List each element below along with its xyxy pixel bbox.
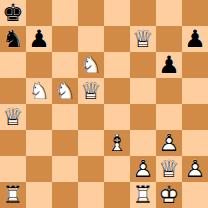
piece-white-knight[interactable]: ♞♘ [26,78,52,104]
piece-black-knight[interactable]: ♞ [0,26,26,52]
square-e8[interactable] [104,0,130,26]
square-f5[interactable] [130,78,156,104]
square-e7[interactable] [104,26,130,52]
piece-white-rook[interactable]: ♜♖ [130,182,156,208]
piece-glyph-outline: ♙ [182,156,208,182]
piece-white-queen[interactable]: ♛♕ [0,104,26,130]
square-b4[interactable] [26,104,52,130]
square-c4[interactable] [52,104,78,130]
square-c6[interactable] [52,52,78,78]
square-h1[interactable] [182,182,208,208]
square-e2[interactable] [104,156,130,182]
square-h8[interactable] [182,0,208,26]
piece-glyph-outline: ♕ [0,104,26,130]
square-h3[interactable] [182,130,208,156]
square-d5[interactable]: ♛♕ [78,78,104,104]
square-f1[interactable]: ♜♖ [130,182,156,208]
piece-white-knight[interactable]: ♞♘ [52,78,78,104]
square-g2[interactable]: ♛♕ [156,156,182,182]
piece-glyph-fill: ♟ [156,52,182,78]
square-h2[interactable]: ♟♙ [182,156,208,182]
piece-black-pawn[interactable]: ♟ [26,26,52,52]
piece-glyph-outline: ♖ [0,182,26,208]
square-d8[interactable] [78,0,104,26]
square-a5[interactable] [0,78,26,104]
square-b8[interactable] [26,0,52,26]
square-a3[interactable] [0,130,26,156]
square-g4[interactable] [156,104,182,130]
square-a6[interactable] [0,52,26,78]
square-f6[interactable] [130,52,156,78]
square-f3[interactable] [130,130,156,156]
square-d1[interactable] [78,182,104,208]
piece-glyph-outline: ♖ [130,182,156,208]
square-h5[interactable] [182,78,208,104]
piece-glyph-fill: ♟ [182,26,208,52]
piece-white-pawn[interactable]: ♟♙ [130,156,156,182]
piece-black-pawn[interactable]: ♟ [182,26,208,52]
square-g1[interactable]: ♚♔ [156,182,182,208]
square-b2[interactable] [26,156,52,182]
piece-white-knight[interactable]: ♞♘ [78,52,104,78]
piece-glyph-outline: ♕ [130,26,156,52]
square-d4[interactable] [78,104,104,130]
piece-white-rook[interactable]: ♜♖ [0,182,26,208]
square-f7[interactable]: ♛♕ [130,26,156,52]
square-e4[interactable] [104,104,130,130]
square-h4[interactable] [182,104,208,130]
square-d7[interactable] [78,26,104,52]
square-c7[interactable] [52,26,78,52]
square-b1[interactable] [26,182,52,208]
piece-white-queen[interactable]: ♛♕ [78,78,104,104]
square-f4[interactable] [130,104,156,130]
square-e6[interactable] [104,52,130,78]
square-b6[interactable] [26,52,52,78]
piece-white-queen[interactable]: ♛♕ [130,26,156,52]
square-a4[interactable]: ♛♕ [0,104,26,130]
square-c1[interactable] [52,182,78,208]
piece-glyph-outline: ♗ [104,130,130,156]
piece-glyph-fill: ♞ [0,26,26,52]
piece-white-queen[interactable]: ♛♕ [156,156,182,182]
square-e5[interactable] [104,78,130,104]
square-b7[interactable]: ♟ [26,26,52,52]
piece-glyph-outline: ♕ [78,78,104,104]
piece-white-pawn[interactable]: ♟♙ [182,156,208,182]
piece-glyph-outline: ♕ [156,156,182,182]
piece-glyph-fill: ♟ [26,26,52,52]
square-c5[interactable]: ♞♘ [52,78,78,104]
piece-white-bishop[interactable]: ♝♗ [104,130,130,156]
piece-white-king[interactable]: ♚♔ [156,182,182,208]
square-b3[interactable] [26,130,52,156]
piece-glyph-fill: ♚ [0,0,26,26]
square-e1[interactable] [104,182,130,208]
square-d6[interactable]: ♞♘ [78,52,104,78]
piece-glyph-outline: ♘ [26,78,52,104]
square-a1[interactable]: ♜♖ [0,182,26,208]
square-d3[interactable] [78,130,104,156]
piece-glyph-outline: ♔ [156,182,182,208]
piece-black-king[interactable]: ♚ [0,0,26,26]
square-e3[interactable]: ♝♗ [104,130,130,156]
square-h6[interactable] [182,52,208,78]
piece-glyph-outline: ♘ [78,52,104,78]
piece-black-pawn[interactable]: ♟ [156,52,182,78]
piece-glyph-outline: ♘ [52,78,78,104]
square-g7[interactable] [156,26,182,52]
square-c8[interactable] [52,0,78,26]
chess-board: ♚♞♟♛♕♟♞♘♟♞♘♞♘♛♕♛♕♝♗♟♙♟♙♛♕♟♙♜♖♜♖♚♔ [0,0,208,208]
piece-glyph-outline: ♙ [156,130,182,156]
square-c2[interactable] [52,156,78,182]
square-f8[interactable] [130,0,156,26]
piece-white-pawn[interactable]: ♟♙ [156,130,182,156]
square-a7[interactable]: ♞ [0,26,26,52]
square-c3[interactable] [52,130,78,156]
square-d2[interactable] [78,156,104,182]
square-b5[interactable]: ♞♘ [26,78,52,104]
square-f2[interactable]: ♟♙ [130,156,156,182]
square-h7[interactable]: ♟ [182,26,208,52]
square-g8[interactable] [156,0,182,26]
square-a8[interactable]: ♚ [0,0,26,26]
square-a2[interactable] [0,156,26,182]
piece-glyph-outline: ♙ [130,156,156,182]
square-g3[interactable]: ♟♙ [156,130,182,156]
square-g6[interactable]: ♟ [156,52,182,78]
square-g5[interactable] [156,78,182,104]
